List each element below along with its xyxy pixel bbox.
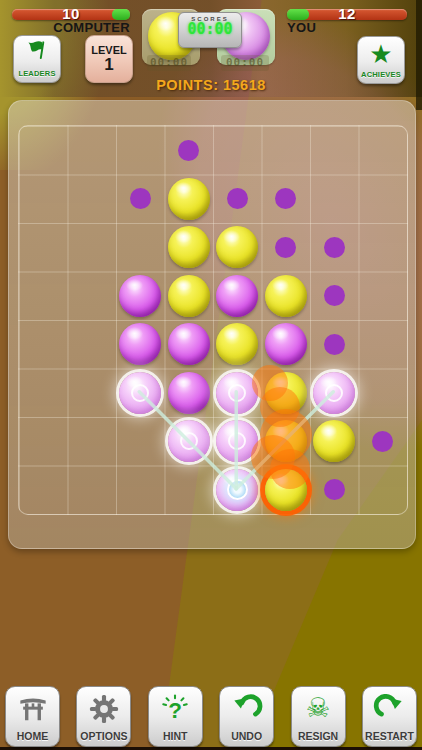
options-button-label: OPTIONS: [80, 730, 127, 742]
yellow-ball[interactable]: [216, 323, 258, 365]
cell-r6c2[interactable]: [116, 417, 165, 466]
you-health-bar: 12: [287, 9, 407, 20]
cell-r7c1[interactable]: [68, 466, 117, 515]
cell-r6c0[interactable]: [19, 417, 68, 466]
yellow-ball-trailed[interactable]: [265, 372, 307, 414]
resign-button-label: RESIGN: [298, 730, 338, 742]
cell-r5c1[interactable]: [68, 369, 117, 418]
cell-r4c5[interactable]: [262, 320, 311, 369]
cell-r4c0[interactable]: [19, 320, 68, 369]
cell-r1c1[interactable]: [68, 175, 117, 224]
restart-arrow-icon: [373, 692, 405, 726]
cell-r5c0[interactable]: [19, 369, 68, 418]
spawn-dot[interactable]: [372, 431, 393, 452]
cell-r3c5[interactable]: [262, 272, 311, 321]
undo-button[interactable]: UNDO: [219, 686, 274, 747]
cell-r2c7[interactable]: [359, 223, 408, 272]
cell-r6c3[interactable]: [165, 417, 214, 466]
cell-r6c6[interactable]: [310, 417, 359, 466]
flag-icon: [24, 38, 50, 68]
magenta-ball[interactable]: [168, 323, 210, 365]
level-value: 1: [104, 56, 113, 74]
yellow-ball[interactable]: [265, 275, 307, 317]
points-display: POINTS: 15618: [0, 77, 422, 93]
hint-button-label: HINT: [163, 730, 188, 742]
cell-r5c5[interactable]: [262, 369, 311, 418]
cell-r2c0[interactable]: [19, 223, 68, 272]
last-move-yellow-ball[interactable]: [265, 469, 307, 511]
cell-r0c2[interactable]: [116, 126, 165, 175]
cell-r1c7[interactable]: [359, 175, 408, 224]
cell-r7c6[interactable]: [310, 466, 359, 515]
cell-r2c2[interactable]: [116, 223, 165, 272]
leaders-button[interactable]: LEADERS: [13, 35, 61, 83]
resign-button[interactable]: ☠RESIGN: [291, 686, 346, 747]
yellow-ball[interactable]: [168, 178, 210, 220]
cell-r6c4[interactable]: [213, 417, 262, 466]
spawn-dot[interactable]: [130, 188, 151, 209]
cell-r5c6[interactable]: [310, 369, 359, 418]
computer-label: COMPUTER: [12, 20, 130, 35]
magenta-ball[interactable]: [119, 275, 161, 317]
undo-button-label: UNDO: [231, 730, 262, 742]
cell-r4c1[interactable]: [68, 320, 117, 369]
restart-button-label: RESTART: [365, 730, 414, 742]
magenta-ball[interactable]: [265, 323, 307, 365]
cell-r1c4[interactable]: [213, 175, 262, 224]
cell-r3c3[interactable]: [165, 272, 214, 321]
scores-panel: SCORES 00:00: [178, 12, 242, 48]
cell-r7c4[interactable]: [213, 466, 262, 515]
resign-skull-icon: ☠: [306, 692, 330, 726]
spawn-dot[interactable]: [324, 237, 345, 258]
yellow-ball[interactable]: [216, 226, 258, 268]
cell-r2c6[interactable]: [310, 223, 359, 272]
star-icon: ★: [369, 41, 392, 67]
yellow-ball[interactable]: [168, 226, 210, 268]
computer-health-bar: 10: [12, 9, 130, 20]
cell-r4c3[interactable]: [165, 320, 214, 369]
cell-r2c1[interactable]: [68, 223, 117, 272]
selected-ball[interactable]: [216, 469, 258, 511]
cell-r1c3[interactable]: [165, 175, 214, 224]
home-torii-icon: [17, 692, 49, 726]
scores-led-display: 00:00: [179, 22, 241, 37]
cell-r4c7[interactable]: [359, 320, 408, 369]
hint-glow-ball[interactable]: [216, 372, 258, 414]
spawn-dot[interactable]: [275, 237, 296, 258]
cell-r7c2[interactable]: [116, 466, 165, 515]
svg-text:?: ?: [168, 698, 182, 723]
cell-r6c1[interactable]: [68, 417, 117, 466]
hint-glow-ball[interactable]: [216, 420, 258, 462]
game-screen: 10 COMPUTER 12 YOU SCORES 00:00 00:00 00…: [0, 0, 422, 750]
yellow-ball[interactable]: [313, 420, 355, 462]
home-button[interactable]: HOME: [5, 686, 60, 747]
cell-r4c4[interactable]: [213, 320, 262, 369]
background-right-edge: [416, 0, 422, 110]
cell-r3c1[interactable]: [68, 272, 117, 321]
cell-r0c1[interactable]: [68, 126, 117, 175]
hint-glow-ball[interactable]: [313, 372, 355, 414]
options-button[interactable]: OPTIONS: [76, 686, 131, 747]
yellow-ball[interactable]: [168, 275, 210, 317]
home-button-label: HOME: [17, 730, 49, 742]
cell-r5c3[interactable]: [165, 369, 214, 418]
yellow-ball-trailed[interactable]: [265, 420, 307, 462]
cell-r3c7[interactable]: [359, 272, 408, 321]
hint-question-icon: ?: [159, 692, 191, 726]
hint-button[interactable]: ? HINT: [148, 686, 203, 747]
cell-r0c3[interactable]: [165, 126, 214, 175]
spawn-dot[interactable]: [275, 188, 296, 209]
cell-r2c5[interactable]: [262, 223, 311, 272]
cell-r0c5[interactable]: [262, 126, 311, 175]
restart-button[interactable]: RESTART: [362, 686, 417, 747]
hint-glow-ball[interactable]: [119, 372, 161, 414]
cell-r0c7[interactable]: [359, 126, 408, 175]
cell-r1c2[interactable]: [116, 175, 165, 224]
cell-r4c6[interactable]: [310, 320, 359, 369]
cell-r5c2[interactable]: [116, 369, 165, 418]
level-button[interactable]: LEVEL 1: [85, 35, 133, 83]
cell-r2c3[interactable]: [165, 223, 214, 272]
hint-glow-ball[interactable]: [168, 420, 210, 462]
magenta-ball[interactable]: [119, 323, 161, 365]
cell-r5c7[interactable]: [359, 369, 408, 418]
cell-r6c7[interactable]: [359, 417, 408, 466]
cell-r7c0[interactable]: [19, 466, 68, 515]
spawn-dot[interactable]: [324, 334, 345, 355]
board-panel: [8, 100, 416, 549]
spawn-dot[interactable]: [324, 285, 345, 306]
cell-r5c4[interactable]: [213, 369, 262, 418]
magenta-ball[interactable]: [216, 275, 258, 317]
board-grid[interactable]: [18, 125, 408, 515]
spawn-dot[interactable]: [178, 140, 199, 161]
spawn-dot[interactable]: [227, 188, 248, 209]
cell-r3c2[interactable]: [116, 272, 165, 321]
cell-r7c5[interactable]: [262, 466, 311, 515]
cell-r6c5[interactable]: [262, 417, 311, 466]
cell-r1c5[interactable]: [262, 175, 311, 224]
cell-r0c6[interactable]: [310, 126, 359, 175]
computer-clock: 00:00: [147, 55, 191, 71]
cell-r2c4[interactable]: [213, 223, 262, 272]
spawn-dot[interactable]: [324, 479, 345, 500]
cell-r3c6[interactable]: [310, 272, 359, 321]
cell-r7c7[interactable]: [359, 466, 408, 515]
cell-r4c2[interactable]: [116, 320, 165, 369]
cell-r3c4[interactable]: [213, 272, 262, 321]
options-gear-icon: [89, 692, 119, 726]
cell-r1c6[interactable]: [310, 175, 359, 224]
cell-r1c0[interactable]: [19, 175, 68, 224]
you-label: YOU: [287, 20, 316, 35]
undo-arrow-icon: [231, 692, 263, 726]
magenta-ball[interactable]: [168, 372, 210, 414]
cell-r0c0[interactable]: [19, 126, 68, 175]
cell-r7c3[interactable]: [165, 466, 214, 515]
bottom-toolbar: HOME OPTIONS ? HINT UNDO☠RESIGN RESTART: [0, 686, 422, 746]
cell-r0c4[interactable]: [213, 126, 262, 175]
cell-r3c0[interactable]: [19, 272, 68, 321]
you-clock: 00:00: [221, 55, 269, 71]
